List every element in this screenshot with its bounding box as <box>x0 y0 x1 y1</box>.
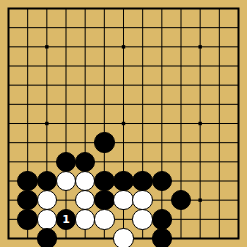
black-stone <box>152 209 172 229</box>
white-stone <box>75 209 95 229</box>
star-point <box>198 45 201 48</box>
black-stone <box>132 171 152 191</box>
black-stone <box>94 171 114 191</box>
marked-black-stone: 1 <box>56 209 76 229</box>
black-stone <box>113 171 133 191</box>
black-stone <box>94 190 114 210</box>
black-stone <box>56 152 76 172</box>
move-number-label: 1 <box>62 214 70 225</box>
black-stone <box>17 209 37 229</box>
white-stone <box>132 190 152 210</box>
black-stone <box>17 190 37 210</box>
black-stone <box>37 228 57 247</box>
star-point <box>198 122 201 125</box>
go-board[interactable]: 1 <box>0 0 247 247</box>
star-point <box>198 198 201 201</box>
black-stone <box>37 171 57 191</box>
star-point <box>122 45 125 48</box>
star-point <box>122 122 125 125</box>
black-stone <box>152 228 172 247</box>
black-stone <box>94 132 114 152</box>
white-stone <box>37 209 57 229</box>
star-point <box>45 122 48 125</box>
black-stone <box>17 171 37 191</box>
white-stone <box>113 190 133 210</box>
white-stone <box>132 209 152 229</box>
white-stone <box>94 209 114 229</box>
star-point <box>45 45 48 48</box>
white-stone <box>113 228 133 247</box>
black-stone <box>152 171 172 191</box>
